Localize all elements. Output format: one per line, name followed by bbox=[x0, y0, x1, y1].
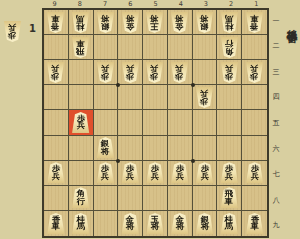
square-1-3[interactable]: 歩兵 bbox=[242, 60, 267, 85]
piece-sente-金将[interactable]: 金将 bbox=[170, 213, 189, 234]
rank-label-7: 七 bbox=[271, 161, 281, 187]
hand-pawn-piece[interactable]: 歩 兵 bbox=[3, 21, 22, 42]
captured-pieces-tray[interactable]: 歩 兵 1 bbox=[2, 20, 40, 46]
square-8-2[interactable]: 飛車 bbox=[69, 35, 94, 60]
square-4-1[interactable]: 金将 bbox=[168, 10, 193, 35]
file-labels: 987654321 bbox=[42, 0, 269, 8]
piece-kanji-bottom: 兵 bbox=[101, 64, 109, 72]
rank-label-8: 八 bbox=[271, 187, 281, 213]
square-1-9[interactable]: 香車 bbox=[242, 211, 267, 236]
file-label-5: 5 bbox=[143, 0, 168, 8]
square-3-3[interactable] bbox=[193, 60, 218, 85]
piece-kanji-bottom: 馬 bbox=[225, 14, 233, 22]
square-1-8[interactable] bbox=[242, 186, 267, 211]
piece-sente-歩兵[interactable]: 歩兵 bbox=[170, 162, 189, 183]
square-4-9[interactable]: 金将 bbox=[168, 211, 193, 236]
piece-gote-歩兵[interactable]: 歩兵 bbox=[245, 62, 264, 83]
rank-label-5: 五 bbox=[271, 110, 281, 136]
square-4-8[interactable] bbox=[168, 186, 193, 211]
rank-label-3: 三 bbox=[271, 59, 281, 85]
square-5-2[interactable] bbox=[143, 35, 168, 60]
square-6-8[interactable] bbox=[118, 186, 143, 211]
star-point bbox=[191, 159, 195, 163]
square-2-8[interactable]: 飛車 bbox=[217, 186, 242, 211]
piece-kanji-bottom: 兵 bbox=[250, 173, 258, 181]
piece-sente-歩兵[interactable]: 歩兵 bbox=[245, 162, 264, 183]
piece-sente-金将[interactable]: 金将 bbox=[121, 213, 140, 234]
square-1-2[interactable] bbox=[242, 35, 267, 60]
piece-sente-歩兵[interactable]: 歩兵 bbox=[195, 162, 214, 183]
square-8-8[interactable]: 角行 bbox=[69, 186, 94, 211]
piece-kanji-bottom: 兵 bbox=[200, 173, 208, 181]
turn-indicator: 後手番 bbox=[283, 20, 298, 25]
square-4-7[interactable]: 歩兵 bbox=[168, 161, 193, 186]
file-label-3: 3 bbox=[193, 0, 218, 8]
square-1-4[interactable] bbox=[242, 85, 267, 110]
square-1-7[interactable]: 歩兵 bbox=[242, 161, 267, 186]
file-label-9: 9 bbox=[42, 0, 67, 8]
square-6-2[interactable] bbox=[118, 35, 143, 60]
square-6-4[interactable] bbox=[118, 85, 143, 110]
piece-sente-銀将[interactable]: 銀将 bbox=[195, 213, 214, 234]
piece-kanji-bottom: 兵 bbox=[225, 64, 233, 72]
piece-kanji-bottom: 将 bbox=[176, 14, 184, 22]
square-3-9[interactable]: 銀将 bbox=[193, 211, 218, 236]
piece-sente-歩兵[interactable]: 歩兵 bbox=[46, 162, 65, 183]
piece-kanji-bottom: 将 bbox=[151, 14, 159, 22]
piece-kanji-bottom: 兵 bbox=[176, 64, 184, 72]
file-label-1: 1 bbox=[244, 0, 269, 8]
piece-kanji-bottom: 将 bbox=[200, 14, 208, 22]
square-2-1[interactable]: 桂馬 bbox=[217, 10, 242, 35]
square-7-6[interactable]: 銀将 bbox=[94, 136, 119, 161]
square-4-4[interactable] bbox=[168, 85, 193, 110]
piece-sente-角行[interactable]: 角行 bbox=[71, 187, 90, 208]
file-label-7: 7 bbox=[92, 0, 117, 8]
star-point bbox=[116, 159, 120, 163]
square-8-7[interactable] bbox=[69, 161, 94, 186]
square-3-8[interactable] bbox=[193, 186, 218, 211]
square-1-5[interactable] bbox=[242, 110, 267, 135]
piece-kanji-bottom: 兵 bbox=[151, 173, 159, 181]
star-point bbox=[116, 83, 120, 87]
piece-kanji-top: 歩 bbox=[200, 97, 208, 105]
square-7-8[interactable] bbox=[94, 186, 119, 211]
square-8-1[interactable]: 桂馬 bbox=[69, 10, 94, 35]
square-7-1[interactable]: 銀将 bbox=[94, 10, 119, 35]
square-8-9[interactable]: 桂馬 bbox=[69, 211, 94, 236]
piece-gote-銀将[interactable]: 銀将 bbox=[195, 12, 214, 33]
piece-kanji-bottom: 車 bbox=[250, 14, 258, 22]
piece-kanji-bottom: 兵 bbox=[176, 173, 184, 181]
piece-kanji-bottom: 兵 bbox=[101, 173, 109, 181]
square-5-5[interactable] bbox=[143, 110, 168, 135]
piece-kanji-bottom: 将 bbox=[176, 223, 184, 231]
piece-kanji-bottom: 兵 bbox=[250, 64, 258, 72]
piece-sente-歩兵[interactable]: 歩兵 bbox=[121, 162, 140, 183]
piece-kanji-bottom: 兵 bbox=[151, 64, 159, 72]
square-5-3[interactable]: 歩兵 bbox=[143, 60, 168, 85]
square-7-2[interactable] bbox=[94, 35, 119, 60]
square-2-5[interactable] bbox=[217, 110, 242, 135]
piece-gote-銀将[interactable]: 銀将 bbox=[96, 12, 115, 33]
square-5-8[interactable] bbox=[143, 186, 168, 211]
piece-kanji-bottom: 兵 bbox=[52, 64, 60, 72]
square-2-2[interactable]: 角行 bbox=[217, 35, 242, 60]
file-label-2: 2 bbox=[219, 0, 244, 8]
piece-kanji-bottom: 兵 bbox=[225, 173, 233, 181]
square-9-9[interactable]: 香車 bbox=[44, 211, 69, 236]
piece-kanji-bottom: 行 bbox=[225, 39, 233, 47]
piece-kanji-bottom: 行 bbox=[76, 198, 84, 206]
piece-kanji-bottom: 車 bbox=[250, 223, 258, 231]
square-3-4[interactable]: 歩兵 bbox=[193, 85, 218, 110]
square-6-6[interactable] bbox=[118, 136, 143, 161]
piece-gote-王将[interactable]: 王将 bbox=[145, 12, 164, 33]
square-4-2[interactable] bbox=[168, 35, 193, 60]
square-8-6[interactable] bbox=[69, 136, 94, 161]
piece-sente-桂馬[interactable]: 桂馬 bbox=[220, 213, 239, 234]
square-1-6[interactable] bbox=[242, 136, 267, 161]
hand-pawn-kanji-1: 歩 bbox=[8, 32, 16, 40]
piece-sente-桂馬[interactable]: 桂馬 bbox=[71, 213, 90, 234]
square-2-9[interactable]: 桂馬 bbox=[217, 211, 242, 236]
square-9-6[interactable] bbox=[44, 136, 69, 161]
piece-kanji-bottom: 兵 bbox=[126, 173, 134, 181]
square-6-5[interactable] bbox=[118, 110, 143, 135]
piece-kanji-bottom: 将 bbox=[101, 14, 109, 22]
square-7-4[interactable] bbox=[94, 85, 119, 110]
file-label-4: 4 bbox=[168, 0, 193, 8]
piece-gote-歩兵[interactable]: 歩兵 bbox=[46, 62, 65, 83]
square-8-4[interactable] bbox=[69, 85, 94, 110]
piece-gote-角行[interactable]: 角行 bbox=[220, 37, 239, 58]
rank-labels: 一二三四五六七八九 bbox=[271, 8, 281, 238]
piece-gote-歩兵[interactable]: 歩兵 bbox=[145, 62, 164, 83]
piece-kanji-bottom: 馬 bbox=[225, 223, 233, 231]
file-label-8: 8 bbox=[67, 0, 92, 8]
piece-kanji-bottom: 兵 bbox=[76, 122, 84, 130]
piece-kanji-bottom: 車 bbox=[52, 14, 60, 22]
piece-gote-歩兵[interactable]: 歩兵 bbox=[96, 62, 115, 83]
piece-kanji-bottom: 将 bbox=[101, 148, 109, 156]
piece-kanji-bottom: 車 bbox=[52, 223, 60, 231]
square-5-1[interactable]: 王将 bbox=[143, 10, 168, 35]
rank-label-1: 一 bbox=[271, 8, 281, 34]
square-7-9[interactable] bbox=[94, 211, 119, 236]
piece-kanji-bottom: 将 bbox=[126, 14, 134, 22]
piece-gote-歩兵[interactable]: 歩兵 bbox=[170, 62, 189, 83]
rank-label-9: 九 bbox=[271, 213, 281, 239]
piece-gote-歩兵[interactable]: 歩兵 bbox=[195, 87, 214, 108]
square-9-5[interactable] bbox=[44, 110, 69, 135]
piece-kanji-bottom: 兵 bbox=[200, 90, 208, 98]
square-2-4[interactable] bbox=[217, 85, 242, 110]
piece-kanji-bottom: 馬 bbox=[76, 14, 84, 22]
piece-kanji-bottom: 馬 bbox=[76, 223, 84, 231]
square-9-2[interactable] bbox=[44, 35, 69, 60]
piece-gote-金将[interactable]: 金将 bbox=[121, 12, 140, 33]
square-3-6[interactable] bbox=[193, 136, 218, 161]
piece-sente-歩兵[interactable]: 歩兵 bbox=[71, 112, 90, 133]
square-9-1[interactable]: 香車 bbox=[44, 10, 69, 35]
square-6-9[interactable]: 金将 bbox=[118, 211, 143, 236]
square-7-5[interactable] bbox=[94, 110, 119, 135]
square-6-3[interactable]: 歩兵 bbox=[118, 60, 143, 85]
square-3-2[interactable] bbox=[193, 35, 218, 60]
square-9-4[interactable] bbox=[44, 85, 69, 110]
square-3-7[interactable]: 歩兵 bbox=[193, 161, 218, 186]
piece-gote-歩兵[interactable]: 歩兵 bbox=[121, 62, 140, 83]
piece-gote-香車[interactable]: 香車 bbox=[245, 12, 264, 33]
shogi-app: 987654321 香車桂馬銀将金将王将金将銀将桂馬香車飛車角行歩兵歩兵歩兵歩兵… bbox=[0, 0, 300, 239]
square-6-7[interactable]: 歩兵 bbox=[118, 161, 143, 186]
piece-sente-飛車[interactable]: 飛車 bbox=[220, 187, 239, 208]
piece-kanji-bottom: 兵 bbox=[126, 64, 134, 72]
square-9-7[interactable]: 歩兵 bbox=[44, 161, 69, 186]
square-2-7[interactable]: 歩兵 bbox=[217, 161, 242, 186]
square-5-4[interactable] bbox=[143, 85, 168, 110]
piece-kanji-bottom: 兵 bbox=[52, 173, 60, 181]
piece-sente-香車[interactable]: 香車 bbox=[245, 213, 264, 234]
piece-kanji-bottom: 将 bbox=[200, 223, 208, 231]
hand-pawn-count: 1 bbox=[29, 23, 36, 34]
piece-sente-歩兵[interactable]: 歩兵 bbox=[220, 162, 239, 183]
square-9-3[interactable]: 歩兵 bbox=[44, 60, 69, 85]
piece-gote-金将[interactable]: 金将 bbox=[170, 12, 189, 33]
piece-gote-香車[interactable]: 香車 bbox=[46, 12, 65, 33]
square-6-1[interactable]: 金将 bbox=[118, 10, 143, 35]
piece-sente-歩兵[interactable]: 歩兵 bbox=[145, 162, 164, 183]
square-3-1[interactable]: 銀将 bbox=[193, 10, 218, 35]
square-4-3[interactable]: 歩兵 bbox=[168, 60, 193, 85]
piece-sente-玉将[interactable]: 玉将 bbox=[145, 213, 164, 234]
rank-label-2: 二 bbox=[271, 34, 281, 60]
piece-gote-歩兵[interactable]: 歩兵 bbox=[220, 62, 239, 83]
square-3-5[interactable] bbox=[193, 110, 218, 135]
piece-kanji-bottom: 車 bbox=[225, 198, 233, 206]
star-point bbox=[191, 83, 195, 87]
square-2-3[interactable]: 歩兵 bbox=[217, 60, 242, 85]
square-9-8[interactable] bbox=[44, 186, 69, 211]
piece-kanji-bottom: 車 bbox=[76, 39, 84, 47]
square-5-7[interactable]: 歩兵 bbox=[143, 161, 168, 186]
piece-kanji-bottom: 将 bbox=[151, 223, 159, 231]
piece-sente-銀将[interactable]: 銀将 bbox=[96, 137, 115, 158]
piece-gote-飛車[interactable]: 飛車 bbox=[71, 37, 90, 58]
square-8-3[interactable] bbox=[69, 60, 94, 85]
piece-gote-桂馬[interactable]: 桂馬 bbox=[220, 12, 239, 33]
file-label-6: 6 bbox=[118, 0, 143, 8]
square-1-1[interactable]: 香車 bbox=[242, 10, 267, 35]
piece-gote-桂馬[interactable]: 桂馬 bbox=[71, 12, 90, 33]
rank-label-6: 六 bbox=[271, 136, 281, 162]
square-7-7[interactable]: 歩兵 bbox=[94, 161, 119, 186]
square-2-6[interactable] bbox=[217, 136, 242, 161]
piece-sente-香車[interactable]: 香車 bbox=[46, 213, 65, 234]
square-8-5[interactable]: 歩兵 bbox=[69, 110, 94, 135]
hand-pawn-kanji-2: 兵 bbox=[8, 24, 16, 32]
square-5-6[interactable] bbox=[143, 136, 168, 161]
square-5-9[interactable]: 玉将 bbox=[143, 211, 168, 236]
shogi-board: 香車桂馬銀将金将王将金将銀将桂馬香車飛車角行歩兵歩兵歩兵歩兵歩兵歩兵歩兵歩兵歩兵… bbox=[42, 8, 269, 238]
square-4-5[interactable] bbox=[168, 110, 193, 135]
piece-kanji-bottom: 将 bbox=[126, 223, 134, 231]
square-4-6[interactable] bbox=[168, 136, 193, 161]
rank-label-4: 四 bbox=[271, 85, 281, 111]
piece-sente-歩兵[interactable]: 歩兵 bbox=[96, 162, 115, 183]
square-7-3[interactable]: 歩兵 bbox=[94, 60, 119, 85]
